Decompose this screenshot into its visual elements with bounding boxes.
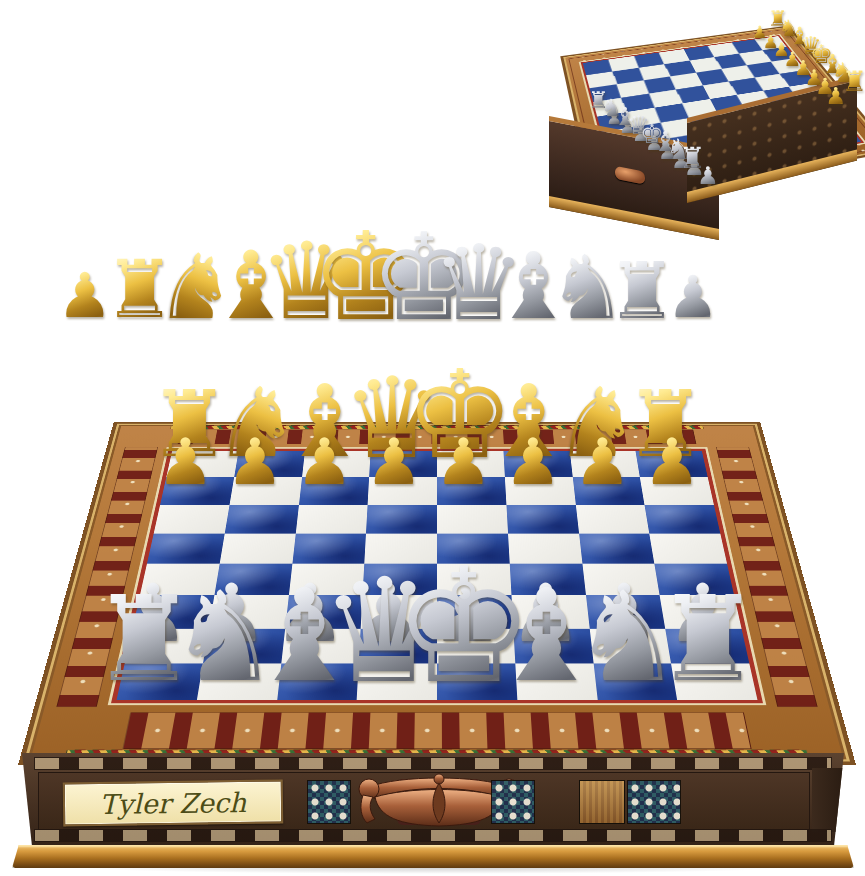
lineup-piece-silver-B: ♝ bbox=[492, 241, 574, 333]
square-h5 bbox=[649, 533, 727, 563]
product-photo: { "game": "chess", "position": { "fen": … bbox=[0, 0, 865, 876]
lineup-piece-silver-Q: ♛ bbox=[432, 231, 525, 335]
nameplate: Tyler Zech bbox=[63, 779, 284, 826]
lineup-piece-silver-K: ♚ bbox=[370, 218, 478, 338]
square-h8 bbox=[636, 451, 708, 477]
board-grid bbox=[111, 449, 763, 704]
square-f7 bbox=[505, 477, 576, 505]
inlay-strip bbox=[34, 757, 832, 770]
frame-zigzag-ribbon bbox=[170, 425, 704, 429]
square-f4 bbox=[510, 564, 586, 596]
inset-base-molding bbox=[687, 150, 857, 203]
square-a6 bbox=[154, 505, 230, 534]
square-b2 bbox=[203, 628, 285, 663]
square-e2 bbox=[437, 628, 515, 663]
lineup-piece-gold-R: ♜ bbox=[104, 250, 176, 330]
inset-base-molding bbox=[549, 196, 719, 240]
square-h7 bbox=[640, 477, 714, 505]
square-e5 bbox=[437, 533, 510, 563]
square-c6 bbox=[295, 505, 367, 534]
square-h3 bbox=[660, 595, 742, 628]
square-b1 bbox=[197, 663, 281, 700]
square-h6 bbox=[645, 505, 721, 534]
square-g7 bbox=[572, 477, 644, 505]
lineup-piece-gold-B: ♝ bbox=[209, 239, 293, 333]
square-g8 bbox=[569, 451, 640, 477]
square-d7 bbox=[368, 477, 437, 505]
square-d4 bbox=[363, 564, 437, 596]
inset-drawer-handle-icon bbox=[615, 166, 645, 185]
square-c4 bbox=[288, 564, 364, 596]
box-corner-stile bbox=[812, 768, 844, 832]
lineup-piece-silver-N: ♞ bbox=[548, 244, 627, 332]
square-e3 bbox=[437, 595, 513, 628]
square-c1 bbox=[277, 663, 359, 700]
square-h4 bbox=[655, 564, 735, 596]
square-g6 bbox=[575, 505, 649, 534]
lineup-piece-gold-N: ♞ bbox=[155, 242, 236, 332]
square-d1 bbox=[357, 663, 437, 700]
square-f3 bbox=[511, 595, 589, 628]
square-b3 bbox=[209, 595, 289, 628]
square-c7 bbox=[299, 477, 370, 505]
lineup-piece-gold-P: ♟ bbox=[57, 265, 113, 327]
square-a5 bbox=[147, 533, 225, 563]
square-c5 bbox=[292, 533, 366, 563]
mosaic-panel bbox=[627, 780, 681, 824]
square-e7 bbox=[437, 477, 506, 505]
square-b6 bbox=[225, 505, 299, 534]
square-f6 bbox=[506, 505, 578, 534]
square-c8 bbox=[302, 451, 371, 477]
square-a2 bbox=[125, 628, 209, 663]
square-a8 bbox=[166, 451, 238, 477]
inset-angled-view: ♜♞♝♛♚♝♞♜♟♟♟♟♟♟♟♟♜♞♝♛♚♝♞♜♟♟♟♟♟♟♟♟ bbox=[535, 0, 865, 218]
square-e4 bbox=[437, 564, 511, 596]
square-f1 bbox=[515, 663, 597, 700]
oak-grain-panel bbox=[579, 780, 625, 824]
drawer-front: Tyler Zech bbox=[38, 772, 810, 830]
square-b7 bbox=[229, 477, 301, 505]
square-h1 bbox=[671, 663, 757, 700]
base-molding bbox=[12, 845, 854, 868]
lineup-piece-gold-Q: ♛ bbox=[259, 229, 354, 335]
square-c2 bbox=[281, 628, 361, 663]
square-a7 bbox=[160, 477, 234, 505]
square-c3 bbox=[285, 595, 363, 628]
square-g3 bbox=[586, 595, 666, 628]
square-b4 bbox=[214, 564, 292, 596]
frame-ornament-bottom bbox=[122, 712, 751, 748]
square-d5 bbox=[364, 533, 437, 563]
square-h2 bbox=[665, 628, 749, 663]
square-e8 bbox=[437, 451, 505, 477]
square-g5 bbox=[579, 533, 655, 563]
lineup-piece-silver-R: ♜ bbox=[607, 252, 677, 330]
chess-box-top bbox=[18, 422, 856, 765]
square-d3 bbox=[361, 595, 437, 628]
square-a3 bbox=[133, 595, 215, 628]
square-f2 bbox=[513, 628, 593, 663]
lineup-piece-gold-K: ♚ bbox=[311, 216, 420, 338]
square-g4 bbox=[582, 564, 660, 596]
square-g2 bbox=[589, 628, 671, 663]
frame-ornament-top bbox=[178, 430, 697, 445]
square-g1 bbox=[593, 663, 677, 700]
square-d8 bbox=[369, 451, 437, 477]
square-e1 bbox=[437, 663, 517, 700]
square-e6 bbox=[437, 505, 508, 534]
square-d2 bbox=[359, 628, 437, 663]
square-a1 bbox=[117, 663, 203, 700]
lineup-piece-silver-P: ♟ bbox=[667, 268, 719, 326]
square-f5 bbox=[508, 533, 582, 563]
square-b5 bbox=[219, 533, 295, 563]
square-f8 bbox=[503, 451, 572, 477]
square-a4 bbox=[140, 564, 220, 596]
square-d6 bbox=[366, 505, 437, 534]
mosaic-panel bbox=[491, 780, 535, 824]
square-b8 bbox=[234, 451, 305, 477]
inlay-strip bbox=[34, 829, 832, 842]
chess-box-front: Tyler Zech bbox=[22, 753, 844, 845]
